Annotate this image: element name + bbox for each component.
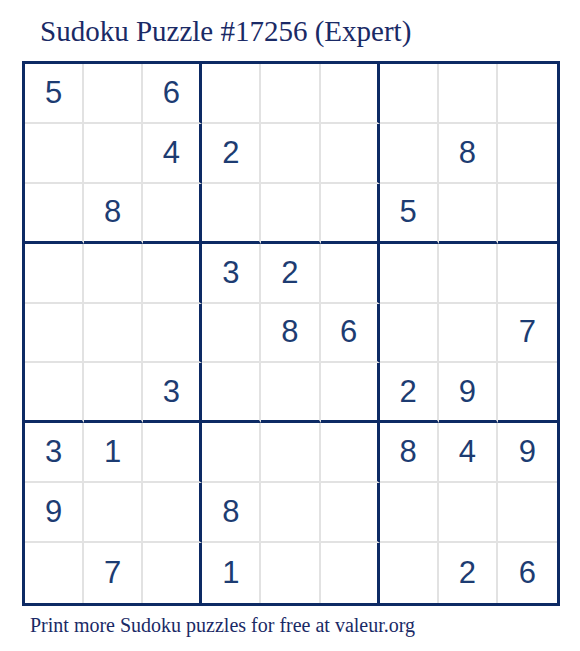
- cell-r5c5[interactable]: 8: [261, 304, 320, 364]
- cell-r6c6[interactable]: [321, 363, 380, 423]
- cell-r7c1[interactable]: 3: [25, 423, 84, 483]
- cell-r9c4[interactable]: 1: [202, 543, 261, 603]
- cell-r1c4[interactable]: [202, 64, 261, 124]
- cell-r1c9[interactable]: [498, 64, 557, 124]
- puzzle-title: Sudoku Puzzle #17256 (Expert): [40, 13, 411, 49]
- cell-r3c1[interactable]: [25, 184, 84, 244]
- cell-r2c3[interactable]: 4: [143, 124, 202, 184]
- cell-r8c2[interactable]: [84, 483, 143, 543]
- cell-r6c8[interactable]: 9: [439, 363, 498, 423]
- cell-r5c1[interactable]: [25, 304, 84, 364]
- cell-r8c1[interactable]: 9: [25, 483, 84, 543]
- cell-r9c3[interactable]: [143, 543, 202, 603]
- cell-r8c9[interactable]: [498, 483, 557, 543]
- cell-r8c8[interactable]: [439, 483, 498, 543]
- cell-r4c9[interactable]: [498, 244, 557, 304]
- cell-r2c7[interactable]: [380, 124, 439, 184]
- cell-r8c7[interactable]: [380, 483, 439, 543]
- cell-r8c5[interactable]: [261, 483, 320, 543]
- cell-r8c4[interactable]: 8: [202, 483, 261, 543]
- cell-r5c2[interactable]: [84, 304, 143, 364]
- cell-r7c7[interactable]: 8: [380, 423, 439, 483]
- cell-r2c4[interactable]: 2: [202, 124, 261, 184]
- cell-r7c9[interactable]: 9: [498, 423, 557, 483]
- cell-r9c8[interactable]: 2: [439, 543, 498, 603]
- cell-r3c7[interactable]: 5: [380, 184, 439, 244]
- cell-r3c9[interactable]: [498, 184, 557, 244]
- cell-r9c9[interactable]: 6: [498, 543, 557, 603]
- cell-r2c2[interactable]: [84, 124, 143, 184]
- cell-r3c8[interactable]: [439, 184, 498, 244]
- cell-r2c9[interactable]: [498, 124, 557, 184]
- cell-r7c8[interactable]: 4: [439, 423, 498, 483]
- cell-r2c8[interactable]: 8: [439, 124, 498, 184]
- cell-r2c5[interactable]: [261, 124, 320, 184]
- cell-r4c5[interactable]: 2: [261, 244, 320, 304]
- cell-r1c3[interactable]: 6: [143, 64, 202, 124]
- cell-r1c6[interactable]: [321, 64, 380, 124]
- cell-r1c7[interactable]: [380, 64, 439, 124]
- cell-r9c7[interactable]: [380, 543, 439, 603]
- cell-r6c7[interactable]: 2: [380, 363, 439, 423]
- cell-r4c2[interactable]: [84, 244, 143, 304]
- page: Sudoku Puzzle #17256 (Expert) 5642885328…: [0, 0, 580, 651]
- cell-r9c2[interactable]: 7: [84, 543, 143, 603]
- cell-r4c1[interactable]: [25, 244, 84, 304]
- cell-r6c1[interactable]: [25, 363, 84, 423]
- cell-r4c3[interactable]: [143, 244, 202, 304]
- cell-r4c8[interactable]: [439, 244, 498, 304]
- cell-r9c1[interactable]: [25, 543, 84, 603]
- cell-r3c3[interactable]: [143, 184, 202, 244]
- cell-r5c9[interactable]: 7: [498, 304, 557, 364]
- cell-r1c8[interactable]: [439, 64, 498, 124]
- footer-text: Print more Sudoku puzzles for free at va…: [30, 614, 415, 637]
- cell-r6c5[interactable]: [261, 363, 320, 423]
- cell-r3c5[interactable]: [261, 184, 320, 244]
- cell-r5c3[interactable]: [143, 304, 202, 364]
- cell-r9c6[interactable]: [321, 543, 380, 603]
- cell-r7c2[interactable]: 1: [84, 423, 143, 483]
- cell-r8c6[interactable]: [321, 483, 380, 543]
- cell-r5c8[interactable]: [439, 304, 498, 364]
- cell-r5c7[interactable]: [380, 304, 439, 364]
- cell-r6c3[interactable]: 3: [143, 363, 202, 423]
- cell-r5c6[interactable]: 6: [321, 304, 380, 364]
- cell-r7c6[interactable]: [321, 423, 380, 483]
- cell-r6c9[interactable]: [498, 363, 557, 423]
- cell-r3c4[interactable]: [202, 184, 261, 244]
- cell-r2c6[interactable]: [321, 124, 380, 184]
- sudoku-board: 56428853286732931849987126: [22, 61, 560, 606]
- cell-r1c5[interactable]: [261, 64, 320, 124]
- cell-r1c1[interactable]: 5: [25, 64, 84, 124]
- cell-r5c4[interactable]: [202, 304, 261, 364]
- cell-r3c2[interactable]: 8: [84, 184, 143, 244]
- cell-r9c5[interactable]: [261, 543, 320, 603]
- cell-r7c5[interactable]: [261, 423, 320, 483]
- cell-r8c3[interactable]: [143, 483, 202, 543]
- cell-r4c6[interactable]: [321, 244, 380, 304]
- cell-r4c4[interactable]: 3: [202, 244, 261, 304]
- cell-r7c3[interactable]: [143, 423, 202, 483]
- cell-r2c1[interactable]: [25, 124, 84, 184]
- cell-r6c4[interactable]: [202, 363, 261, 423]
- cell-r6c2[interactable]: [84, 363, 143, 423]
- cell-r3c6[interactable]: [321, 184, 380, 244]
- cell-r7c4[interactable]: [202, 423, 261, 483]
- cell-r1c2[interactable]: [84, 64, 143, 124]
- cell-r4c7[interactable]: [380, 244, 439, 304]
